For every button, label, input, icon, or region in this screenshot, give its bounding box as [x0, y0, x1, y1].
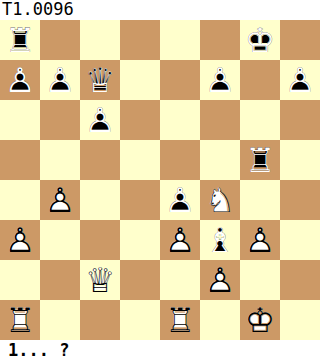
piece-black-rook[interactable]: ♜♖ — [0, 20, 40, 60]
square-e3[interactable]: ♟♙ — [160, 220, 200, 260]
square-b4[interactable]: ♟♙ — [40, 180, 80, 220]
square-e2[interactable] — [160, 260, 200, 300]
square-b1[interactable] — [40, 300, 80, 340]
square-c4[interactable] — [80, 180, 120, 220]
white-rook-outline: ♖ — [0, 300, 40, 340]
piece-black-pawn[interactable]: ♟♙ — [0, 60, 40, 100]
square-c7[interactable]: ♛♕ — [80, 60, 120, 100]
square-e7[interactable] — [160, 60, 200, 100]
square-h2[interactable] — [280, 260, 320, 300]
white-rook-outline: ♖ — [160, 300, 200, 340]
puzzle-id: T1.0096 — [0, 0, 320, 20]
square-a5[interactable] — [0, 140, 40, 180]
white-pawn-outline: ♙ — [0, 220, 40, 260]
square-f4[interactable]: ♞♘ — [200, 180, 240, 220]
square-f3[interactable]: ♝♗ — [200, 220, 240, 260]
piece-white-king[interactable]: ♚♔ — [240, 300, 280, 340]
square-c8[interactable] — [80, 20, 120, 60]
black-rook-outline: ♖ — [0, 20, 40, 60]
chess-board: ♜♖♚♔♟♙♟♙♛♕♟♙♟♙♟♙♜♖♟♙♟♙♞♘♟♙♟♙♝♗♟♙♛♕♟♙♜♖♜♖… — [0, 20, 320, 340]
black-rook-outline: ♖ — [240, 140, 280, 180]
black-pawn-outline: ♙ — [0, 60, 40, 100]
piece-white-queen[interactable]: ♛♕ — [80, 260, 120, 300]
black-king-outline: ♔ — [240, 20, 280, 60]
piece-white-pawn[interactable]: ♟♙ — [0, 220, 40, 260]
white-knight-outline: ♘ — [200, 180, 240, 220]
square-a7[interactable]: ♟♙ — [0, 60, 40, 100]
square-d8[interactable] — [120, 20, 160, 60]
square-b8[interactable] — [40, 20, 80, 60]
square-h6[interactable] — [280, 100, 320, 140]
piece-white-rook[interactable]: ♜♖ — [160, 300, 200, 340]
square-d5[interactable] — [120, 140, 160, 180]
square-e6[interactable] — [160, 100, 200, 140]
square-e8[interactable] — [160, 20, 200, 60]
square-d2[interactable] — [120, 260, 160, 300]
square-g4[interactable] — [240, 180, 280, 220]
piece-black-bishop[interactable]: ♝♗ — [200, 220, 240, 260]
square-e5[interactable] — [160, 140, 200, 180]
square-c6[interactable]: ♟♙ — [80, 100, 120, 140]
square-d7[interactable] — [120, 60, 160, 100]
square-f5[interactable] — [200, 140, 240, 180]
square-h5[interactable] — [280, 140, 320, 180]
black-bishop-outline: ♗ — [200, 220, 240, 260]
piece-white-knight[interactable]: ♞♘ — [200, 180, 240, 220]
square-c2[interactable]: ♛♕ — [80, 260, 120, 300]
square-f1[interactable] — [200, 300, 240, 340]
black-pawn-outline: ♙ — [160, 180, 200, 220]
square-a2[interactable] — [0, 260, 40, 300]
square-h4[interactable] — [280, 180, 320, 220]
square-a4[interactable] — [0, 180, 40, 220]
white-queen-outline: ♕ — [80, 260, 120, 300]
square-h3[interactable] — [280, 220, 320, 260]
black-pawn-outline: ♙ — [80, 100, 120, 140]
square-g3[interactable]: ♟♙ — [240, 220, 280, 260]
square-a1[interactable]: ♜♖ — [0, 300, 40, 340]
square-c1[interactable] — [80, 300, 120, 340]
square-a8[interactable]: ♜♖ — [0, 20, 40, 60]
piece-black-pawn[interactable]: ♟♙ — [80, 100, 120, 140]
square-b3[interactable] — [40, 220, 80, 260]
white-pawn-outline: ♙ — [40, 180, 80, 220]
piece-black-king[interactable]: ♚♔ — [240, 20, 280, 60]
square-g7[interactable] — [240, 60, 280, 100]
piece-white-pawn[interactable]: ♟♙ — [40, 180, 80, 220]
square-d1[interactable] — [120, 300, 160, 340]
piece-white-pawn[interactable]: ♟♙ — [200, 260, 240, 300]
piece-white-pawn[interactable]: ♟♙ — [160, 220, 200, 260]
white-pawn-outline: ♙ — [160, 220, 200, 260]
white-pawn-outline: ♙ — [200, 260, 240, 300]
square-g2[interactable] — [240, 260, 280, 300]
piece-white-rook[interactable]: ♜♖ — [0, 300, 40, 340]
square-b5[interactable] — [40, 140, 80, 180]
square-g6[interactable] — [240, 100, 280, 140]
square-h8[interactable] — [280, 20, 320, 60]
square-a3[interactable]: ♟♙ — [0, 220, 40, 260]
white-pawn-outline: ♙ — [240, 220, 280, 260]
square-h7[interactable]: ♟♙ — [280, 60, 320, 100]
square-d4[interactable] — [120, 180, 160, 220]
square-c5[interactable] — [80, 140, 120, 180]
square-b2[interactable] — [40, 260, 80, 300]
square-e4[interactable]: ♟♙ — [160, 180, 200, 220]
black-pawn-outline: ♙ — [200, 60, 240, 100]
black-queen-outline: ♕ — [80, 60, 120, 100]
square-f8[interactable] — [200, 20, 240, 60]
piece-white-pawn[interactable]: ♟♙ — [240, 220, 280, 260]
square-g1[interactable]: ♚♔ — [240, 300, 280, 340]
square-a6[interactable] — [0, 100, 40, 140]
move-prompt: 1... ? — [0, 340, 320, 360]
square-d3[interactable] — [120, 220, 160, 260]
piece-black-pawn[interactable]: ♟♙ — [200, 60, 240, 100]
piece-black-queen[interactable]: ♛♕ — [80, 60, 120, 100]
black-pawn-outline: ♙ — [280, 60, 320, 100]
square-b6[interactable] — [40, 100, 80, 140]
square-g8[interactable]: ♚♔ — [240, 20, 280, 60]
piece-black-pawn[interactable]: ♟♙ — [160, 180, 200, 220]
square-d6[interactable] — [120, 100, 160, 140]
piece-black-rook[interactable]: ♜♖ — [240, 140, 280, 180]
square-g5[interactable]: ♜♖ — [240, 140, 280, 180]
piece-black-pawn[interactable]: ♟♙ — [280, 60, 320, 100]
square-h1[interactable] — [280, 300, 320, 340]
square-f7[interactable]: ♟♙ — [200, 60, 240, 100]
white-king-outline: ♔ — [240, 300, 280, 340]
square-f6[interactable] — [200, 100, 240, 140]
square-f2[interactable]: ♟♙ — [200, 260, 240, 300]
black-pawn-outline: ♙ — [40, 60, 80, 100]
square-e1[interactable]: ♜♖ — [160, 300, 200, 340]
square-b7[interactable]: ♟♙ — [40, 60, 80, 100]
piece-black-pawn[interactable]: ♟♙ — [40, 60, 80, 100]
square-c3[interactable] — [80, 220, 120, 260]
